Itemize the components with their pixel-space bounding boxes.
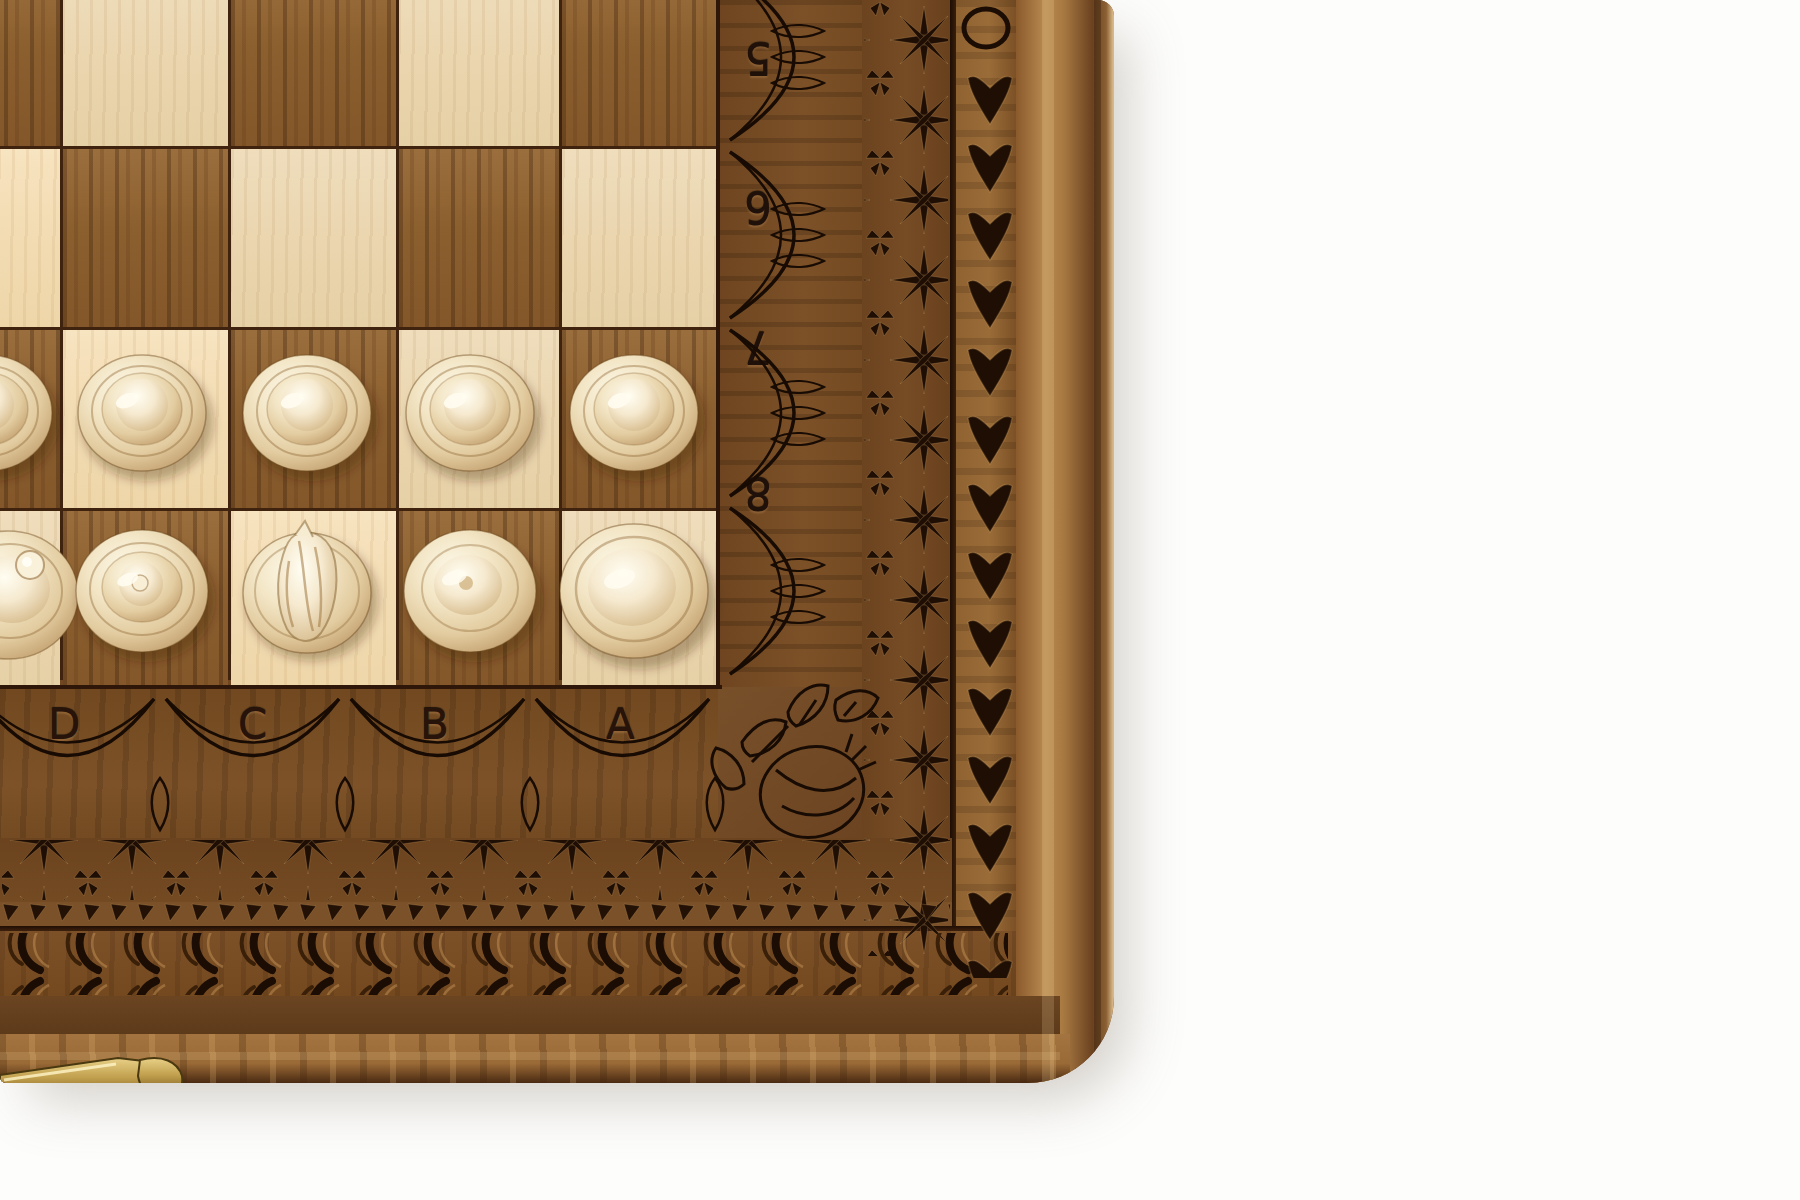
square-b5[interactable]	[399, 0, 559, 146]
bottom-crescent-garland-strip	[0, 931, 1016, 996]
rank-label-8: 8	[734, 468, 782, 519]
square-d6[interactable]	[63, 149, 228, 327]
wooden-chess-box: DCBA5678	[0, 0, 1114, 1083]
file-label-a: A	[606, 700, 636, 749]
bottom-sawtooth-row	[0, 902, 952, 926]
file-label-d: D	[48, 700, 81, 749]
square-a5[interactable]	[562, 0, 730, 146]
square-e5[interactable]	[0, 0, 60, 146]
right-border-hook-strip	[956, 0, 1016, 1004]
right-border-star-strip	[862, 0, 950, 958]
file-label-b: B	[420, 700, 450, 749]
file-label-c: C	[238, 700, 268, 749]
square-c5[interactable]	[231, 0, 396, 146]
square-a6[interactable]	[562, 149, 730, 327]
bottom-border-star-strip	[0, 838, 952, 902]
bottom-bevel-dark-rail	[0, 996, 1060, 1034]
rank-label-6: 6	[734, 182, 782, 233]
square-b6[interactable]	[399, 149, 559, 327]
right-bevel-edge	[1016, 0, 1114, 1083]
rank-label-5: 5	[734, 33, 782, 84]
square-e6[interactable]	[0, 149, 60, 327]
rank-label-7: 7	[734, 322, 782, 373]
square-c6[interactable]	[231, 149, 396, 327]
square-d5[interactable]	[63, 0, 228, 146]
carved-chessboard-photo: DCBA5678	[0, 0, 1800, 1200]
